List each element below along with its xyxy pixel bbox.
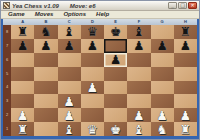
square-d7[interactable]: ♟ [81, 39, 104, 53]
menu-options[interactable]: Options [58, 11, 91, 18]
square-e5[interactable] [104, 67, 127, 81]
piece-black-rook[interactable]: ♜ [17, 25, 28, 38]
close-button[interactable]: ✕ [188, 2, 197, 9]
square-f1[interactable]: ♝ [127, 122, 150, 136]
square-c2[interactable]: ♟ [58, 108, 81, 122]
square-h1[interactable]: ♜ [174, 122, 197, 136]
piece-white-pawn[interactable]: ♟ [157, 109, 168, 122]
square-f5[interactable] [127, 67, 150, 81]
piece-white-pawn[interactable]: ♟ [87, 81, 98, 94]
square-d5[interactable] [81, 67, 104, 81]
square-h4[interactable] [174, 81, 197, 95]
square-f2[interactable]: ♟ [127, 108, 150, 122]
window-controls: _ □ ✕ [168, 2, 197, 9]
square-b5[interactable] [34, 67, 57, 81]
square-e4[interactable] [104, 81, 127, 95]
square-a6[interactable] [11, 53, 34, 67]
square-e6[interactable]: ♟ [104, 53, 127, 67]
piece-black-bishop[interactable]: ♝ [64, 25, 75, 38]
square-e1[interactable]: ♚ [104, 122, 127, 136]
piece-black-knight[interactable]: ♞ [40, 25, 51, 38]
square-f8[interactable]: ♝ [127, 25, 150, 39]
piece-black-pawn[interactable]: ♟ [87, 39, 98, 52]
piece-white-pawn[interactable]: ♟ [64, 95, 75, 108]
rank-label-3: 3 [3, 94, 11, 108]
square-a2[interactable]: ♟ [11, 108, 34, 122]
chess-board: ABCDEFGH8♜♞♝♛♚♝♜7♟♟♟♟♟♟♟6♟54♟3♟2♟♟♟♟♟1♜♝… [1, 19, 199, 139]
square-a3[interactable] [11, 94, 34, 108]
app-icon [3, 2, 10, 9]
square-g8[interactable] [151, 25, 174, 39]
square-d3[interactable] [81, 94, 104, 108]
piece-white-pawn[interactable]: ♟ [64, 109, 75, 122]
square-b1[interactable] [34, 122, 57, 136]
piece-white-pawn[interactable]: ♟ [180, 109, 191, 122]
square-f4[interactable] [127, 81, 150, 95]
rank-label-4: 4 [3, 81, 11, 95]
square-c6[interactable] [58, 53, 81, 67]
square-f6[interactable] [127, 53, 150, 67]
square-c3[interactable]: ♟ [58, 94, 81, 108]
piece-white-pawn[interactable]: ♟ [133, 109, 144, 122]
window-title: Yea Chess v1.09 [12, 3, 59, 9]
rank-label-8: 8 [3, 25, 11, 39]
square-c1[interactable]: ♝ [58, 122, 81, 136]
piece-black-king[interactable]: ♚ [110, 25, 121, 38]
square-e2[interactable] [104, 108, 127, 122]
piece-black-pawn[interactable]: ♟ [180, 39, 191, 52]
square-c5[interactable] [58, 67, 81, 81]
square-e3[interactable] [104, 94, 127, 108]
square-c8[interactable]: ♝ [58, 25, 81, 39]
square-g1[interactable]: ♞ [151, 122, 174, 136]
rank-label-2: 2 [3, 108, 11, 122]
square-a7[interactable]: ♟ [11, 39, 34, 53]
square-e8[interactable]: ♚ [104, 25, 127, 39]
square-g7[interactable]: ♟ [151, 39, 174, 53]
square-g4[interactable] [151, 81, 174, 95]
square-b8[interactable]: ♞ [34, 25, 57, 39]
square-h7[interactable]: ♟ [174, 39, 197, 53]
piece-black-bishop[interactable]: ♝ [133, 25, 144, 38]
square-g6[interactable] [151, 53, 174, 67]
rank-label-5: 5 [3, 67, 11, 81]
menu-help[interactable]: Help [91, 11, 114, 18]
square-b2[interactable] [34, 108, 57, 122]
square-h6[interactable] [174, 53, 197, 67]
piece-black-pawn[interactable]: ♟ [64, 39, 75, 52]
square-b6[interactable] [34, 53, 57, 67]
square-f3[interactable] [127, 94, 150, 108]
square-d1[interactable]: ♛ [81, 122, 104, 136]
piece-black-pawn[interactable]: ♟ [133, 39, 144, 52]
square-a5[interactable] [11, 67, 34, 81]
square-h3[interactable] [174, 94, 197, 108]
square-a4[interactable] [11, 81, 34, 95]
square-e7[interactable] [104, 39, 127, 53]
square-c4[interactable] [58, 81, 81, 95]
square-a8[interactable]: ♜ [11, 25, 34, 39]
piece-white-pawn[interactable]: ♟ [17, 109, 28, 122]
square-d8[interactable]: ♛ [81, 25, 104, 39]
square-b3[interactable] [34, 94, 57, 108]
square-c7[interactable]: ♟ [58, 39, 81, 53]
rank-label-6: 6 [3, 53, 11, 67]
piece-black-pawn[interactable]: ♟ [17, 39, 28, 52]
square-h2[interactable]: ♟ [174, 108, 197, 122]
piece-white-queen[interactable]: ♛ [87, 123, 98, 136]
square-g3[interactable] [151, 94, 174, 108]
square-f7[interactable]: ♟ [127, 39, 150, 53]
square-d2[interactable] [81, 108, 104, 122]
square-g5[interactable] [151, 67, 174, 81]
square-g2[interactable]: ♟ [151, 108, 174, 122]
square-d6[interactable] [81, 53, 104, 67]
square-h8[interactable]: ♜ [174, 25, 197, 39]
rank-label-1: 1 [3, 122, 11, 136]
square-d4[interactable]: ♟ [81, 81, 104, 95]
rank-label-7: 7 [3, 39, 11, 53]
piece-black-pawn[interactable]: ♟ [40, 39, 51, 52]
maximize-button[interactable]: □ [178, 2, 187, 9]
square-h5[interactable] [174, 67, 197, 81]
menu-bar: Game Moves Options Help [1, 11, 199, 19]
piece-white-bishop[interactable]: ♝ [64, 123, 75, 136]
square-b7[interactable]: ♟ [34, 39, 57, 53]
piece-black-pawn[interactable]: ♟ [110, 53, 121, 66]
piece-white-king[interactable]: ♚ [110, 123, 121, 136]
piece-white-bishop[interactable]: ♝ [133, 123, 144, 136]
piece-black-queen[interactable]: ♛ [87, 25, 98, 38]
piece-black-pawn[interactable]: ♟ [157, 39, 168, 52]
piece-white-rook[interactable]: ♜ [180, 123, 191, 136]
piece-white-rook[interactable]: ♜ [17, 123, 28, 136]
piece-white-knight[interactable]: ♞ [157, 123, 168, 136]
square-a1[interactable]: ♜ [11, 122, 34, 136]
menu-game[interactable]: Game [3, 11, 30, 18]
move-indicator: Move: e6 [70, 3, 96, 9]
title-bar[interactable]: Yea Chess v1.09 Move: e6 _ □ ✕ [1, 1, 199, 11]
square-b4[interactable] [34, 81, 57, 95]
app-window: Yea Chess v1.09 Move: e6 _ □ ✕ Game Move… [0, 0, 200, 140]
piece-black-rook[interactable]: ♜ [180, 25, 191, 38]
menu-moves[interactable]: Moves [30, 11, 59, 18]
minimize-button[interactable]: _ [168, 2, 177, 9]
